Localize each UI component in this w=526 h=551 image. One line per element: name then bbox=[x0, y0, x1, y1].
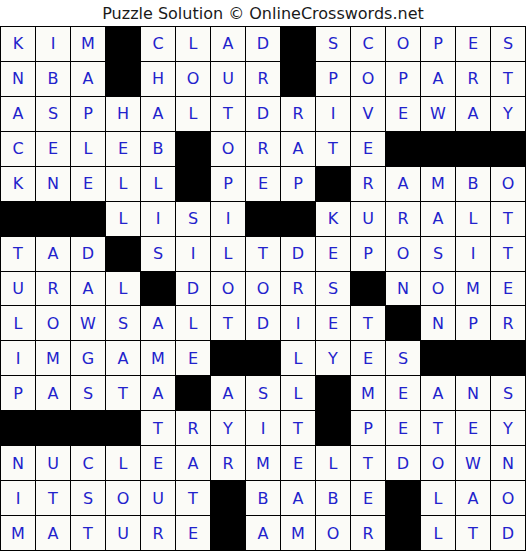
letter-cell-r6c13: A bbox=[421, 202, 455, 236]
letter-cell-r11c1: P bbox=[1, 376, 35, 410]
letter-cell-r2c6: O bbox=[176, 62, 210, 96]
letter-cell-r15c14: T bbox=[456, 516, 490, 550]
letter-cell-r10c10: Y bbox=[316, 341, 350, 375]
letter-cell-r6c14: L bbox=[456, 202, 490, 236]
block-cell-r15c7 bbox=[211, 516, 245, 550]
letter-cell-r1c7: A bbox=[211, 27, 245, 61]
letter-cell-r5c12: A bbox=[386, 167, 420, 201]
letter-cell-r7c12: O bbox=[386, 237, 420, 271]
letter-cell-r7c6: I bbox=[176, 237, 210, 271]
letter-cell-r7c8: T bbox=[246, 237, 280, 271]
letter-cell-r2c8: R bbox=[246, 62, 280, 96]
letter-cell-r2c5: H bbox=[141, 62, 175, 96]
block-cell-r5c6 bbox=[176, 167, 210, 201]
letter-cell-r3c3: P bbox=[71, 97, 105, 131]
letter-cell-r3c1: A bbox=[1, 97, 35, 131]
letter-cell-r15c11: R bbox=[351, 516, 385, 550]
letter-cell-r8c2: R bbox=[36, 272, 70, 306]
letter-cell-r2c13: A bbox=[421, 62, 455, 96]
letter-cell-r9c7: T bbox=[211, 306, 245, 340]
letter-cell-r9c10: E bbox=[316, 306, 350, 340]
letter-cell-r5c2: N bbox=[36, 167, 70, 201]
letter-cell-r8c7: O bbox=[211, 272, 245, 306]
letter-cell-r8c9: R bbox=[281, 272, 315, 306]
letter-cell-r11c15: S bbox=[491, 376, 525, 410]
block-cell-r1c9 bbox=[281, 27, 315, 61]
letter-cell-r4c3: L bbox=[71, 132, 105, 166]
letter-cell-r12c9: T bbox=[281, 411, 315, 445]
letter-cell-r14c3: S bbox=[71, 481, 105, 515]
letter-cell-r11c3: S bbox=[71, 376, 105, 410]
block-cell-r15c12 bbox=[386, 516, 420, 550]
letter-cell-r12c8: I bbox=[246, 411, 280, 445]
block-cell-r12c10 bbox=[316, 411, 350, 445]
letter-cell-r5c11: R bbox=[351, 167, 385, 201]
block-cell-r11c6 bbox=[176, 376, 210, 410]
letter-cell-r15c8: A bbox=[246, 516, 280, 550]
block-cell-r8c5 bbox=[141, 272, 175, 306]
letter-cell-r6c4: L bbox=[106, 202, 140, 236]
letter-cell-r14c11: E bbox=[351, 481, 385, 515]
block-cell-r6c9 bbox=[281, 202, 315, 236]
letter-cell-r11c2: A bbox=[36, 376, 70, 410]
letter-cell-r1c14: E bbox=[456, 27, 490, 61]
letter-cell-r4c8: R bbox=[246, 132, 280, 166]
block-cell-r11c10 bbox=[316, 376, 350, 410]
letter-cell-r1c8: D bbox=[246, 27, 280, 61]
letter-cell-r11c7: A bbox=[211, 376, 245, 410]
letter-cell-r2c11: O bbox=[351, 62, 385, 96]
letter-cell-r5c5: L bbox=[141, 167, 175, 201]
letter-cell-r12c13: T bbox=[421, 411, 455, 445]
letter-cell-r4c11: E bbox=[351, 132, 385, 166]
letter-cell-r2c3: A bbox=[71, 62, 105, 96]
letter-cell-r6c12: R bbox=[386, 202, 420, 236]
letter-cell-r11c13: A bbox=[421, 376, 455, 410]
puzzle-solution-page: Puzzle Solution © OnlineCrosswords.net K… bbox=[0, 0, 526, 551]
block-cell-r6c3 bbox=[71, 202, 105, 236]
letter-cell-r3c14: A bbox=[456, 97, 490, 131]
letter-cell-r3c2: S bbox=[36, 97, 70, 131]
block-cell-r14c12 bbox=[386, 481, 420, 515]
letter-cell-r9c3: W bbox=[71, 306, 105, 340]
letter-cell-r14c2: T bbox=[36, 481, 70, 515]
block-cell-r6c1 bbox=[1, 202, 35, 236]
letter-cell-r3c9: R bbox=[281, 97, 315, 131]
letter-cell-r14c1: I bbox=[1, 481, 35, 515]
letter-cell-r15c3: T bbox=[71, 516, 105, 550]
letter-cell-r3c8: D bbox=[246, 97, 280, 131]
letter-cell-r10c12: S bbox=[386, 341, 420, 375]
letter-cell-r14c10: B bbox=[316, 481, 350, 515]
block-cell-r12c3 bbox=[71, 411, 105, 445]
letter-cell-r3c7: T bbox=[211, 97, 245, 131]
block-cell-r4c15 bbox=[491, 132, 525, 166]
letter-cell-r3c5: A bbox=[141, 97, 175, 131]
letter-cell-r10c6: E bbox=[176, 341, 210, 375]
letter-cell-r15c10: O bbox=[316, 516, 350, 550]
letter-cell-r13c8: M bbox=[246, 446, 280, 480]
block-cell-r1c4 bbox=[106, 27, 140, 61]
letter-cell-r9c9: I bbox=[281, 306, 315, 340]
letter-cell-r8c1: U bbox=[1, 272, 35, 306]
letter-cell-r1c11: C bbox=[351, 27, 385, 61]
letter-cell-r3c12: E bbox=[386, 97, 420, 131]
letter-cell-r9c14: P bbox=[456, 306, 490, 340]
block-cell-r2c4 bbox=[106, 62, 140, 96]
letter-cell-r4c1: C bbox=[1, 132, 35, 166]
block-cell-r10c14 bbox=[456, 341, 490, 375]
letter-cell-r14c14: A bbox=[456, 481, 490, 515]
letter-cell-r14c15: O bbox=[491, 481, 525, 515]
block-cell-r5c10 bbox=[316, 167, 350, 201]
letter-cell-r1c3: M bbox=[71, 27, 105, 61]
letter-cell-r11c8: S bbox=[246, 376, 280, 410]
letter-cell-r8c15: E bbox=[491, 272, 525, 306]
letter-cell-r1c1: K bbox=[1, 27, 35, 61]
letter-cell-r14c8: B bbox=[246, 481, 280, 515]
letter-cell-r1c12: O bbox=[386, 27, 420, 61]
letter-cell-r1c13: P bbox=[421, 27, 455, 61]
letter-cell-r7c13: S bbox=[421, 237, 455, 271]
letter-cell-r10c11: E bbox=[351, 341, 385, 375]
letter-cell-r15c2: A bbox=[36, 516, 70, 550]
letter-cell-r9c13: N bbox=[421, 306, 455, 340]
letter-cell-r2c15: T bbox=[491, 62, 525, 96]
letter-cell-r1c2: I bbox=[36, 27, 70, 61]
letter-cell-r7c15: T bbox=[491, 237, 525, 271]
letter-cell-r2c12: P bbox=[386, 62, 420, 96]
letter-cell-r7c11: P bbox=[351, 237, 385, 271]
letter-cell-r13c3: C bbox=[71, 446, 105, 480]
page-title: Puzzle Solution © OnlineCrosswords.net bbox=[102, 4, 424, 23]
block-cell-r4c6 bbox=[176, 132, 210, 166]
letter-cell-r15c13: L bbox=[421, 516, 455, 550]
block-cell-r10c7 bbox=[211, 341, 245, 375]
letter-cell-r13c14: W bbox=[456, 446, 490, 480]
letter-cell-r2c2: B bbox=[36, 62, 70, 96]
letter-cell-r14c9: A bbox=[281, 481, 315, 515]
letter-cell-r2c7: U bbox=[211, 62, 245, 96]
block-cell-r10c15 bbox=[491, 341, 525, 375]
letter-cell-r12c5: T bbox=[141, 411, 175, 445]
letter-cell-r7c3: D bbox=[71, 237, 105, 271]
block-cell-r4c13 bbox=[421, 132, 455, 166]
letter-cell-r6c11: U bbox=[351, 202, 385, 236]
letter-cell-r14c4: O bbox=[106, 481, 140, 515]
letter-cell-r1c10: S bbox=[316, 27, 350, 61]
letter-cell-r13c15: N bbox=[491, 446, 525, 480]
letter-cell-r13c7: R bbox=[211, 446, 245, 480]
letter-cell-r10c2: M bbox=[36, 341, 70, 375]
letter-cell-r13c4: L bbox=[106, 446, 140, 480]
letter-cell-r3c13: W bbox=[421, 97, 455, 131]
letter-cell-r7c5: S bbox=[141, 237, 175, 271]
letter-cell-r13c12: D bbox=[386, 446, 420, 480]
letter-cell-r15c1: M bbox=[1, 516, 35, 550]
letter-cell-r9c8: D bbox=[246, 306, 280, 340]
letter-cell-r9c1: L bbox=[1, 306, 35, 340]
letter-cell-r8c6: D bbox=[176, 272, 210, 306]
letter-cell-r5c4: L bbox=[106, 167, 140, 201]
letter-cell-r10c3: G bbox=[71, 341, 105, 375]
letter-cell-r3c10: I bbox=[316, 97, 350, 131]
letter-cell-r9c11: T bbox=[351, 306, 385, 340]
letter-cell-r15c4: U bbox=[106, 516, 140, 550]
block-cell-r12c2 bbox=[36, 411, 70, 445]
letter-cell-r5c14: B bbox=[456, 167, 490, 201]
letter-cell-r8c12: N bbox=[386, 272, 420, 306]
letter-cell-r10c9: L bbox=[281, 341, 315, 375]
letter-cell-r11c4: T bbox=[106, 376, 140, 410]
letter-cell-r6c5: I bbox=[141, 202, 175, 236]
letter-cell-r1c6: L bbox=[176, 27, 210, 61]
letter-cell-r15c6: E bbox=[176, 516, 210, 550]
letter-cell-r7c10: E bbox=[316, 237, 350, 271]
letter-cell-r4c7: O bbox=[211, 132, 245, 166]
letter-cell-r3c11: V bbox=[351, 97, 385, 131]
letter-cell-r3c15: Y bbox=[491, 97, 525, 131]
letter-cell-r9c4: S bbox=[106, 306, 140, 340]
block-cell-r2c9 bbox=[281, 62, 315, 96]
letter-cell-r7c9: D bbox=[281, 237, 315, 271]
letter-cell-r13c10: L bbox=[316, 446, 350, 480]
letter-cell-r2c1: N bbox=[1, 62, 35, 96]
block-cell-r10c13 bbox=[421, 341, 455, 375]
letter-cell-r11c14: N bbox=[456, 376, 490, 410]
letter-cell-r4c5: B bbox=[141, 132, 175, 166]
letter-cell-r3c6: L bbox=[176, 97, 210, 131]
letter-cell-r7c1: T bbox=[1, 237, 35, 271]
letter-cell-r12c15: Y bbox=[491, 411, 525, 445]
letter-cell-r13c13: O bbox=[421, 446, 455, 480]
letter-cell-r4c2: E bbox=[36, 132, 70, 166]
letter-cell-r9c15: R bbox=[491, 306, 525, 340]
letter-cell-r13c1: N bbox=[1, 446, 35, 480]
letter-cell-r1c15: S bbox=[491, 27, 525, 61]
title-bar: Puzzle Solution © OnlineCrosswords.net bbox=[0, 0, 526, 26]
letter-cell-r4c4: E bbox=[106, 132, 140, 166]
letter-cell-r13c9: E bbox=[281, 446, 315, 480]
crossword-grid: KIMCLADSCOPESNBAHOURPOPARTASPHALTDRIVEWA… bbox=[0, 26, 526, 551]
letter-cell-r10c1: I bbox=[1, 341, 35, 375]
letter-cell-r8c8: O bbox=[246, 272, 280, 306]
letter-cell-r5c8: E bbox=[246, 167, 280, 201]
letter-cell-r8c3: A bbox=[71, 272, 105, 306]
letter-cell-r9c2: O bbox=[36, 306, 70, 340]
letter-cell-r7c7: L bbox=[211, 237, 245, 271]
letter-cell-r6c7: I bbox=[211, 202, 245, 236]
letter-cell-r12c7: Y bbox=[211, 411, 245, 445]
letter-cell-r13c5: E bbox=[141, 446, 175, 480]
block-cell-r6c2 bbox=[36, 202, 70, 236]
letter-cell-r6c10: K bbox=[316, 202, 350, 236]
letter-cell-r6c6: S bbox=[176, 202, 210, 236]
letter-cell-r8c13: O bbox=[421, 272, 455, 306]
letter-cell-r2c10: P bbox=[316, 62, 350, 96]
block-cell-r4c12 bbox=[386, 132, 420, 166]
letter-cell-r3c4: H bbox=[106, 97, 140, 131]
letter-cell-r8c14: M bbox=[456, 272, 490, 306]
letter-cell-r13c6: A bbox=[176, 446, 210, 480]
block-cell-r10c8 bbox=[246, 341, 280, 375]
block-cell-r8c11 bbox=[351, 272, 385, 306]
letter-cell-r12c6: R bbox=[176, 411, 210, 445]
letter-cell-r6c15: T bbox=[491, 202, 525, 236]
letter-cell-r5c9: P bbox=[281, 167, 315, 201]
block-cell-r12c4 bbox=[106, 411, 140, 445]
letter-cell-r5c13: M bbox=[421, 167, 455, 201]
letter-cell-r11c5: A bbox=[141, 376, 175, 410]
letter-cell-r11c12: E bbox=[386, 376, 420, 410]
letter-cell-r4c10: T bbox=[316, 132, 350, 166]
block-cell-r4c14 bbox=[456, 132, 490, 166]
letter-cell-r11c11: M bbox=[351, 376, 385, 410]
letter-cell-r8c10: S bbox=[316, 272, 350, 306]
letter-cell-r15c15: D bbox=[491, 516, 525, 550]
letter-cell-r9c5: A bbox=[141, 306, 175, 340]
letter-cell-r15c5: R bbox=[141, 516, 175, 550]
letter-cell-r14c6: T bbox=[176, 481, 210, 515]
letter-cell-r5c15: O bbox=[491, 167, 525, 201]
letter-cell-r7c14: I bbox=[456, 237, 490, 271]
letter-cell-r5c1: K bbox=[1, 167, 35, 201]
block-cell-r9c12 bbox=[386, 306, 420, 340]
letter-cell-r12c11: P bbox=[351, 411, 385, 445]
letter-cell-r14c5: U bbox=[141, 481, 175, 515]
block-cell-r6c8 bbox=[246, 202, 280, 236]
letter-cell-r13c2: U bbox=[36, 446, 70, 480]
letter-cell-r5c7: P bbox=[211, 167, 245, 201]
block-cell-r7c4 bbox=[106, 237, 140, 271]
letter-cell-r7c2: A bbox=[36, 237, 70, 271]
letter-cell-r9c6: L bbox=[176, 306, 210, 340]
letter-cell-r10c4: A bbox=[106, 341, 140, 375]
letter-cell-r13c11: T bbox=[351, 446, 385, 480]
letter-cell-r5c3: E bbox=[71, 167, 105, 201]
letter-cell-r10c5: M bbox=[141, 341, 175, 375]
letter-cell-r12c12: E bbox=[386, 411, 420, 445]
letter-cell-r12c14: E bbox=[456, 411, 490, 445]
block-cell-r14c7 bbox=[211, 481, 245, 515]
letter-cell-r8c4: L bbox=[106, 272, 140, 306]
letter-cell-r1c5: C bbox=[141, 27, 175, 61]
letter-cell-r14c13: L bbox=[421, 481, 455, 515]
letter-cell-r11c9: L bbox=[281, 376, 315, 410]
letter-cell-r2c14: R bbox=[456, 62, 490, 96]
letter-cell-r4c9: A bbox=[281, 132, 315, 166]
block-cell-r12c1 bbox=[1, 411, 35, 445]
letter-cell-r15c9: M bbox=[281, 516, 315, 550]
